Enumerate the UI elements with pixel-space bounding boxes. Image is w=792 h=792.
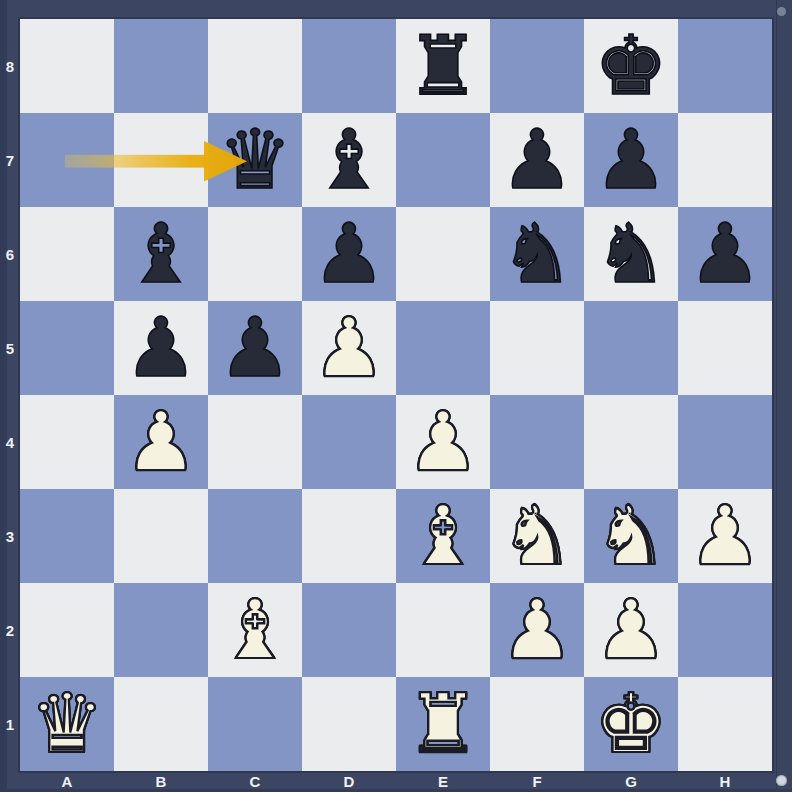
square-g6[interactable]: ♞ [584, 207, 678, 301]
square-d8[interactable] [302, 19, 396, 113]
square-b5[interactable]: ♟ [114, 301, 208, 395]
square-c6[interactable] [208, 207, 302, 301]
square-f1[interactable] [490, 677, 584, 771]
piece-white-pawn-e4[interactable]: ♟ [406, 395, 480, 489]
file-label-g: G [584, 771, 678, 792]
rank-label-6: 6 [0, 207, 20, 301]
square-d2[interactable] [302, 583, 396, 677]
square-d4[interactable] [302, 395, 396, 489]
square-d5[interactable]: ♟ [302, 301, 396, 395]
square-a6[interactable] [20, 207, 114, 301]
square-h7[interactable] [678, 113, 772, 207]
piece-black-pawn-d6[interactable]: ♟ [312, 207, 386, 301]
square-f4[interactable] [490, 395, 584, 489]
file-label-b: B [114, 771, 208, 792]
square-e4[interactable]: ♟ [396, 395, 490, 489]
square-e8[interactable]: ♜ [396, 19, 490, 113]
square-a4[interactable] [20, 395, 114, 489]
file-label-c: C [208, 771, 302, 792]
piece-black-pawn-b5[interactable]: ♟ [124, 301, 198, 395]
square-g4[interactable] [584, 395, 678, 489]
square-c7[interactable]: ♛ [208, 113, 302, 207]
frame-right-edge [777, 0, 792, 792]
piece-white-pawn-b4[interactable]: ♟ [124, 395, 198, 489]
square-e3[interactable]: ♝ [396, 489, 490, 583]
rank-label-7: 7 [0, 113, 20, 207]
square-b4[interactable]: ♟ [114, 395, 208, 489]
square-a1[interactable]: ♛ [20, 677, 114, 771]
square-d6[interactable]: ♟ [302, 207, 396, 301]
square-a3[interactable] [20, 489, 114, 583]
square-b7[interactable] [114, 113, 208, 207]
file-label-f: F [490, 771, 584, 792]
piece-white-knight-f3[interactable]: ♞ [500, 489, 574, 583]
square-g8[interactable]: ♚ [584, 19, 678, 113]
file-label-a: A [20, 771, 114, 792]
piece-white-knight-g3[interactable]: ♞ [594, 489, 668, 583]
rank-label-4: 4 [0, 395, 20, 489]
square-h1[interactable] [678, 677, 772, 771]
square-d7[interactable]: ♝ [302, 113, 396, 207]
square-b8[interactable] [114, 19, 208, 113]
square-b2[interactable] [114, 583, 208, 677]
square-f8[interactable] [490, 19, 584, 113]
piece-black-pawn-h6[interactable]: ♟ [688, 207, 762, 301]
piece-black-rook-e8[interactable]: ♜ [406, 19, 480, 113]
rank-label-3: 3 [0, 489, 20, 583]
piece-white-bishop-c2[interactable]: ♝ [218, 583, 292, 677]
square-e2[interactable] [396, 583, 490, 677]
piece-black-bishop-b6[interactable]: ♝ [124, 207, 198, 301]
square-d1[interactable] [302, 677, 396, 771]
square-g3[interactable]: ♞ [584, 489, 678, 583]
piece-black-queen-c7[interactable]: ♛ [218, 113, 292, 207]
square-a7[interactable] [20, 113, 114, 207]
square-h5[interactable] [678, 301, 772, 395]
square-g5[interactable] [584, 301, 678, 395]
square-e6[interactable] [396, 207, 490, 301]
corner-dot-top-right [777, 7, 786, 16]
piece-white-rook-e1[interactable]: ♜ [406, 677, 480, 771]
square-f2[interactable]: ♟ [490, 583, 584, 677]
file-label-e: E [396, 771, 490, 792]
square-h4[interactable] [678, 395, 772, 489]
file-label-d: D [302, 771, 396, 792]
square-b1[interactable] [114, 677, 208, 771]
square-c1[interactable] [208, 677, 302, 771]
piece-white-king-g1[interactable]: ♚ [594, 677, 668, 771]
piece-black-king-g8[interactable]: ♚ [594, 19, 668, 113]
square-a8[interactable] [20, 19, 114, 113]
piece-black-knight-g6[interactable]: ♞ [594, 207, 668, 301]
square-a2[interactable] [20, 583, 114, 677]
square-e1[interactable]: ♜ [396, 677, 490, 771]
rank-label-5: 5 [0, 301, 20, 395]
square-h3[interactable]: ♟ [678, 489, 772, 583]
rank-label-8: 8 [0, 19, 20, 113]
file-labels: ABCDEFGH [20, 771, 772, 792]
square-c2[interactable]: ♝ [208, 583, 302, 677]
square-e5[interactable] [396, 301, 490, 395]
piece-black-pawn-c5[interactable]: ♟ [218, 301, 292, 395]
resize-handle-dot[interactable] [776, 775, 787, 786]
rank-labels: 87654321 [0, 19, 20, 771]
square-f3[interactable]: ♞ [490, 489, 584, 583]
piece-white-pawn-h3[interactable]: ♟ [688, 489, 762, 583]
chess-board-panel: 87654321 ♜♚♛♝♟♟♝♟♞♞♟♟♟♟♟♟♝♞♞♟♝♟♟♛♜♚ ABCD… [0, 0, 792, 792]
square-b3[interactable] [114, 489, 208, 583]
square-h8[interactable] [678, 19, 772, 113]
square-g1[interactable]: ♚ [584, 677, 678, 771]
piece-black-bishop-d7[interactable]: ♝ [312, 113, 386, 207]
square-e7[interactable] [396, 113, 490, 207]
square-f6[interactable]: ♞ [490, 207, 584, 301]
piece-black-knight-f6[interactable]: ♞ [500, 207, 574, 301]
piece-white-pawn-d5[interactable]: ♟ [312, 301, 386, 395]
chess-board: ♜♚♛♝♟♟♝♟♞♞♟♟♟♟♟♟♝♞♞♟♝♟♟♛♜♚ [20, 19, 772, 771]
piece-white-pawn-f2[interactable]: ♟ [500, 583, 574, 677]
square-c5[interactable]: ♟ [208, 301, 302, 395]
square-d3[interactable] [302, 489, 396, 583]
piece-white-bishop-e3[interactable]: ♝ [406, 489, 480, 583]
square-g2[interactable]: ♟ [584, 583, 678, 677]
piece-black-pawn-g7[interactable]: ♟ [594, 113, 668, 207]
frame-right-seam [776, 0, 777, 792]
square-c3[interactable] [208, 489, 302, 583]
square-c4[interactable] [208, 395, 302, 489]
square-a5[interactable] [20, 301, 114, 395]
square-b6[interactable]: ♝ [114, 207, 208, 301]
rank-label-2: 2 [0, 583, 20, 677]
square-g7[interactable]: ♟ [584, 113, 678, 207]
piece-white-queen-a1[interactable]: ♛ [30, 677, 104, 771]
square-f7[interactable]: ♟ [490, 113, 584, 207]
square-h6[interactable]: ♟ [678, 207, 772, 301]
square-h2[interactable] [678, 583, 772, 677]
file-label-h: H [678, 771, 772, 792]
piece-black-pawn-f7[interactable]: ♟ [500, 113, 574, 207]
square-f5[interactable] [490, 301, 584, 395]
rank-label-1: 1 [0, 677, 20, 771]
piece-white-pawn-g2[interactable]: ♟ [594, 583, 668, 677]
square-c8[interactable] [208, 19, 302, 113]
